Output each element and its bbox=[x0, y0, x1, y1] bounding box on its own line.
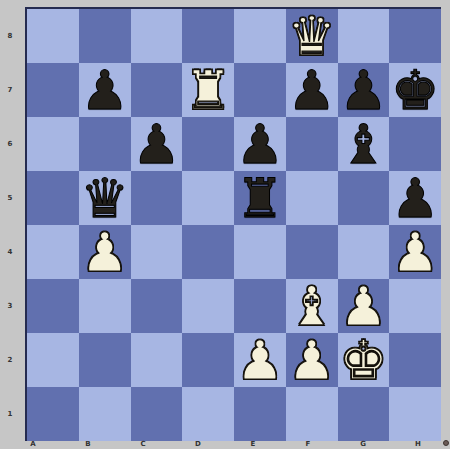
square-f8[interactable]: ♛ bbox=[286, 9, 338, 63]
square-b2[interactable] bbox=[79, 333, 131, 387]
piece-black-pawn[interactable]: ♟ bbox=[391, 172, 439, 225]
square-a8[interactable] bbox=[27, 9, 79, 63]
piece-black-bishop[interactable]: ♝ bbox=[339, 118, 387, 171]
file-label-f: F bbox=[302, 440, 314, 449]
square-f6[interactable] bbox=[286, 117, 338, 171]
square-f4[interactable] bbox=[286, 225, 338, 279]
square-a3[interactable] bbox=[27, 279, 79, 333]
square-e6[interactable]: ♟ bbox=[234, 117, 286, 171]
square-h3[interactable] bbox=[389, 279, 441, 333]
square-e8[interactable] bbox=[234, 9, 286, 63]
piece-white-pawn[interactable]: ♟ bbox=[391, 226, 439, 279]
corner-dot-icon bbox=[443, 440, 449, 446]
square-h7[interactable]: ♚ bbox=[389, 63, 441, 117]
chess-board: ♛♟♜♟♟♚♟♟♝♛♜♟♟♟♝♟♟♟♚ bbox=[25, 7, 441, 441]
chess-board-window: ♛♟♜♟♟♚♟♟♝♛♜♟♟♟♝♟♟♟♚ 87654321ABCDEFGH bbox=[0, 0, 450, 449]
square-a4[interactable] bbox=[27, 225, 79, 279]
square-g7[interactable]: ♟ bbox=[338, 63, 390, 117]
file-label-a: A bbox=[27, 440, 39, 449]
file-label-e: E bbox=[247, 440, 259, 449]
piece-black-pawn[interactable]: ♟ bbox=[287, 64, 335, 117]
piece-white-pawn[interactable]: ♟ bbox=[236, 334, 284, 387]
piece-white-bishop[interactable]: ♝ bbox=[287, 280, 335, 333]
square-g3[interactable]: ♟ bbox=[338, 279, 390, 333]
square-c7[interactable] bbox=[131, 63, 183, 117]
square-f2[interactable]: ♟ bbox=[286, 333, 338, 387]
square-b4[interactable]: ♟ bbox=[79, 225, 131, 279]
square-c6[interactable]: ♟ bbox=[131, 117, 183, 171]
rank-label-3: 3 bbox=[5, 302, 15, 310]
square-c3[interactable] bbox=[131, 279, 183, 333]
square-d8[interactable] bbox=[182, 9, 234, 63]
rank-label-1: 1 bbox=[5, 410, 15, 418]
piece-black-pawn[interactable]: ♟ bbox=[80, 64, 128, 117]
rank-label-6: 6 bbox=[5, 140, 15, 148]
square-g2[interactable]: ♚ bbox=[338, 333, 390, 387]
square-c2[interactable] bbox=[131, 333, 183, 387]
square-g5[interactable] bbox=[338, 171, 390, 225]
square-h6[interactable] bbox=[389, 117, 441, 171]
square-g4[interactable] bbox=[338, 225, 390, 279]
square-c8[interactable] bbox=[131, 9, 183, 63]
square-b7[interactable]: ♟ bbox=[79, 63, 131, 117]
piece-black-pawn[interactable]: ♟ bbox=[132, 118, 180, 171]
square-d6[interactable] bbox=[182, 117, 234, 171]
rank-label-2: 2 bbox=[5, 356, 15, 364]
rank-label-8: 8 bbox=[5, 32, 15, 40]
file-label-d: D bbox=[192, 440, 204, 449]
square-d2[interactable] bbox=[182, 333, 234, 387]
piece-black-rook[interactable]: ♜ bbox=[236, 172, 284, 225]
square-f3[interactable]: ♝ bbox=[286, 279, 338, 333]
square-b6[interactable] bbox=[79, 117, 131, 171]
piece-white-rook[interactable]: ♜ bbox=[184, 64, 232, 117]
piece-black-pawn[interactable]: ♟ bbox=[236, 118, 284, 171]
square-c4[interactable] bbox=[131, 225, 183, 279]
piece-white-pawn[interactable]: ♟ bbox=[339, 280, 387, 333]
square-h5[interactable]: ♟ bbox=[389, 171, 441, 225]
file-label-h: H bbox=[412, 440, 424, 449]
square-g1[interactable] bbox=[338, 387, 390, 441]
square-a2[interactable] bbox=[27, 333, 79, 387]
square-c1[interactable] bbox=[131, 387, 183, 441]
square-a1[interactable] bbox=[27, 387, 79, 441]
square-d4[interactable] bbox=[182, 225, 234, 279]
square-b3[interactable] bbox=[79, 279, 131, 333]
square-d7[interactable]: ♜ bbox=[182, 63, 234, 117]
piece-black-pawn[interactable]: ♟ bbox=[339, 64, 387, 117]
square-h4[interactable]: ♟ bbox=[389, 225, 441, 279]
file-label-b: B bbox=[82, 440, 94, 449]
square-b8[interactable] bbox=[79, 9, 131, 63]
square-b1[interactable] bbox=[79, 387, 131, 441]
rank-label-5: 5 bbox=[5, 194, 15, 202]
piece-white-pawn[interactable]: ♟ bbox=[80, 226, 128, 279]
piece-white-queen[interactable]: ♛ bbox=[287, 10, 335, 63]
square-d5[interactable] bbox=[182, 171, 234, 225]
square-a6[interactable] bbox=[27, 117, 79, 171]
square-f7[interactable]: ♟ bbox=[286, 63, 338, 117]
square-d1[interactable] bbox=[182, 387, 234, 441]
square-e2[interactable]: ♟ bbox=[234, 333, 286, 387]
piece-white-pawn[interactable]: ♟ bbox=[287, 334, 335, 387]
file-label-g: G bbox=[357, 440, 369, 449]
square-h2[interactable] bbox=[389, 333, 441, 387]
square-h1[interactable] bbox=[389, 387, 441, 441]
square-e5[interactable]: ♜ bbox=[234, 171, 286, 225]
square-h8[interactable] bbox=[389, 9, 441, 63]
piece-black-king[interactable]: ♚ bbox=[391, 64, 439, 117]
square-e7[interactable] bbox=[234, 63, 286, 117]
square-a7[interactable] bbox=[27, 63, 79, 117]
square-f1[interactable] bbox=[286, 387, 338, 441]
square-e3[interactable] bbox=[234, 279, 286, 333]
square-a5[interactable] bbox=[27, 171, 79, 225]
rank-label-4: 4 bbox=[5, 248, 15, 256]
square-b5[interactable]: ♛ bbox=[79, 171, 131, 225]
square-d3[interactable] bbox=[182, 279, 234, 333]
square-f5[interactable] bbox=[286, 171, 338, 225]
square-e4[interactable] bbox=[234, 225, 286, 279]
piece-black-queen[interactable]: ♛ bbox=[80, 172, 128, 225]
square-g8[interactable] bbox=[338, 9, 390, 63]
piece-white-king[interactable]: ♚ bbox=[339, 334, 387, 387]
rank-label-7: 7 bbox=[5, 86, 15, 94]
square-e1[interactable] bbox=[234, 387, 286, 441]
file-label-c: C bbox=[137, 440, 149, 449]
square-c5[interactable] bbox=[131, 171, 183, 225]
square-g6[interactable]: ♝ bbox=[338, 117, 390, 171]
